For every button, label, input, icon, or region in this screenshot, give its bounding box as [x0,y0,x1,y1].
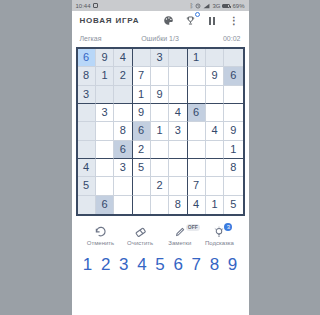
kebab-menu-icon: ⋮ [229,16,239,26]
trophy-icon [185,15,196,26]
sudoku-cell-r3c1[interactable]: 3 [78,86,96,104]
sudoku-cell-r7c3[interactable]: 3 [114,159,132,177]
game-timer: 00:02 [223,35,241,42]
sudoku-cell-r9c9[interactable]: 5 [224,196,242,214]
sudoku-cell-r5c1[interactable] [78,122,96,140]
sudoku-cell-r1c3[interactable]: 4 [114,49,132,67]
sudoku-cell-r6c2[interactable] [96,141,114,159]
sudoku-cell-r8c1[interactable]: 5 [78,177,96,195]
sudoku-cell-r7c2[interactable] [96,159,114,177]
sudoku-cell-r5c6[interactable]: 3 [169,122,187,140]
sudoku-cell-r4c1[interactable] [78,104,96,122]
sudoku-cell-r9c7[interactable]: 4 [188,196,206,214]
sudoku-cell-r1c8[interactable] [206,49,224,67]
sudoku-cell-r4c3[interactable] [114,104,132,122]
numpad-key-8[interactable]: 8 [206,256,222,275]
numpad-key-1[interactable]: 1 [80,256,96,275]
hint-label: Подсказка [205,240,234,246]
sudoku-cell-r9c4[interactable] [133,196,151,214]
sudoku-cell-r3c9[interactable] [224,86,242,104]
hint-count-badge: 3 [224,223,232,231]
sudoku-cell-r9c6[interactable]: 8 [169,196,187,214]
sudoku-cell-r3c5[interactable]: 9 [151,86,169,104]
notes-label: Заметки [168,240,191,246]
sudoku-cell-r1c9[interactable] [224,49,242,67]
info-bar: Легкая Ошибки 1/3 00:02 [72,30,249,46]
sudoku-cell-r2c4[interactable]: 7 [133,67,151,85]
sudoku-cell-r2c9[interactable]: 6 [224,67,242,85]
difficulty-label: Легкая [80,35,102,42]
sudoku-cell-r4c9[interactable] [224,104,242,122]
trophy-notification-badge [195,12,200,17]
sudoku-cell-r5c2[interactable] [96,122,114,140]
sudoku-cell-r1c6[interactable] [169,49,187,67]
sudoku-cell-r1c1[interactable]: 6 [78,49,96,67]
clock-time: 10:44 [76,3,91,9]
sudoku-cell-r8c9[interactable] [224,177,242,195]
numpad-key-2[interactable]: 2 [98,256,114,275]
sudoku-cell-r8c2[interactable] [96,177,114,195]
sudoku-cell-r6c3[interactable]: 6 [114,141,132,159]
undo-button[interactable]: Отменить [82,225,120,246]
numpad-key-9[interactable]: 9 [225,256,241,275]
pause-icon [209,17,215,25]
sudoku-cell-r5c4[interactable]: 6 [133,122,151,140]
sudoku-cell-r8c6[interactable] [169,177,187,195]
sudoku-cell-r5c3[interactable]: 8 [114,122,132,140]
signal-icon [203,3,210,9]
sudoku-cell-r8c7[interactable]: 7 [188,177,206,195]
app-screen: 10:44 ᛒ 3G 69% НОВАЯ ИГРА [72,0,249,315]
trophy-button[interactable] [184,14,197,27]
sudoku-cell-r4c5[interactable] [151,104,169,122]
sudoku-cell-r6c6[interactable] [169,141,187,159]
battery-icon [222,4,230,8]
numpad-key-5[interactable]: 5 [152,256,168,275]
sudoku-cell-r3c2[interactable] [96,86,114,104]
sudoku-cell-r2c1[interactable]: 8 [78,67,96,85]
sudoku-cell-r7c9[interactable]: 8 [224,159,242,177]
sudoku-cell-r9c2[interactable]: 6 [96,196,114,214]
sudoku-cell-r2c3[interactable]: 2 [114,67,132,85]
sudoku-cell-r6c9[interactable]: 1 [224,141,242,159]
screenshot-icon [93,3,98,8]
status-bar: 10:44 ᛒ 3G 69% [72,0,249,11]
undo-label: Отменить [87,240,114,246]
battery-percent: 69% [232,3,244,9]
sudoku-cell-r5c9[interactable]: 9 [224,122,242,140]
eraser-icon [134,226,147,238]
sudoku-cell-r2c5[interactable] [151,67,169,85]
game-toolbar: Отменить Очистить OFF Заметки [72,216,249,246]
alarm-icon [195,3,201,9]
sudoku-cell-r5c7[interactable] [188,122,206,140]
sudoku-cell-r7c5[interactable] [151,159,169,177]
sudoku-cell-r2c2[interactable]: 1 [96,67,114,85]
bluetooth-icon: ᛒ [190,3,194,9]
pencil-icon [174,226,186,238]
sudoku-cell-r7c7[interactable] [188,159,206,177]
sudoku-cell-r7c1[interactable]: 4 [78,159,96,177]
sudoku-cell-r5c8[interactable]: 4 [206,122,224,140]
sudoku-cell-r6c5[interactable] [151,141,169,159]
sudoku-cell-r1c5[interactable]: 3 [151,49,169,67]
sudoku-cell-r4c8[interactable] [206,104,224,122]
palette-icon [163,15,174,26]
theme-palette-button[interactable] [162,14,175,27]
numpad-key-4[interactable]: 4 [134,256,150,275]
sudoku-board: 694318127963193946861349621435852768415 [76,47,245,216]
sudoku-cell-r4c2[interactable]: 3 [96,104,114,122]
sudoku-cell-r9c8[interactable]: 1 [206,196,224,214]
notes-toggle-button[interactable]: OFF Заметки [161,225,199,246]
sudoku-cell-r4c6[interactable]: 4 [169,104,187,122]
sudoku-cell-r9c5[interactable] [151,196,169,214]
sudoku-cell-r3c7[interactable] [188,86,206,104]
pause-button[interactable] [206,14,219,27]
numpad-key-6[interactable]: 6 [170,256,186,275]
sudoku-cell-r8c3[interactable] [114,177,132,195]
menu-button[interactable]: ⋮ [228,14,241,27]
sudoku-cell-r6c7[interactable] [188,141,206,159]
sudoku-cell-r8c5[interactable]: 2 [151,177,169,195]
sudoku-cell-r5c5[interactable]: 1 [151,122,169,140]
hint-button[interactable]: 3 Подсказка [200,225,238,246]
undo-icon [94,226,107,237]
sudoku-cell-r3c3[interactable] [114,86,132,104]
sudoku-cell-r2c7[interactable] [188,67,206,85]
sudoku-cell-r3c8[interactable] [206,86,224,104]
sudoku-cell-r2c8[interactable]: 9 [206,67,224,85]
sudoku-cell-r7c4[interactable]: 5 [133,159,151,177]
sudoku-cell-r1c2[interactable]: 9 [96,49,114,67]
sudoku-cell-r6c8[interactable] [206,141,224,159]
sudoku-cell-r3c4[interactable]: 1 [133,86,151,104]
sudoku-cell-r2c6[interactable] [169,67,187,85]
sudoku-cell-r8c4[interactable] [133,177,151,195]
sudoku-cell-r1c4[interactable] [133,49,151,67]
erase-button[interactable]: Очистить [121,225,159,246]
network-type: 3G [212,3,220,9]
app-bar: НОВАЯ ИГРА [72,11,249,30]
sudoku-cell-r6c4[interactable]: 2 [133,141,151,159]
sudoku-cell-r9c1[interactable] [78,196,96,214]
sudoku-cell-r1c7[interactable]: 1 [188,49,206,67]
sudoku-cell-r6c1[interactable] [78,141,96,159]
erase-label: Очистить [127,240,153,246]
numpad-key-7[interactable]: 7 [188,256,204,275]
sudoku-cell-r3c6[interactable] [169,86,187,104]
sudoku-cell-r4c4[interactable]: 9 [133,104,151,122]
sudoku-cell-r7c8[interactable] [206,159,224,177]
page-title: НОВАЯ ИГРА [80,16,140,25]
number-pad: 123456789 [72,246,249,275]
notes-state-badge: OFF [186,224,200,231]
numpad-key-3[interactable]: 3 [116,256,132,275]
sudoku-cell-r7c6[interactable] [169,159,187,177]
sudoku-cell-r8c8[interactable] [206,177,224,195]
sudoku-cell-r9c3[interactable] [114,196,132,214]
sudoku-cell-r4c7[interactable]: 6 [188,104,206,122]
